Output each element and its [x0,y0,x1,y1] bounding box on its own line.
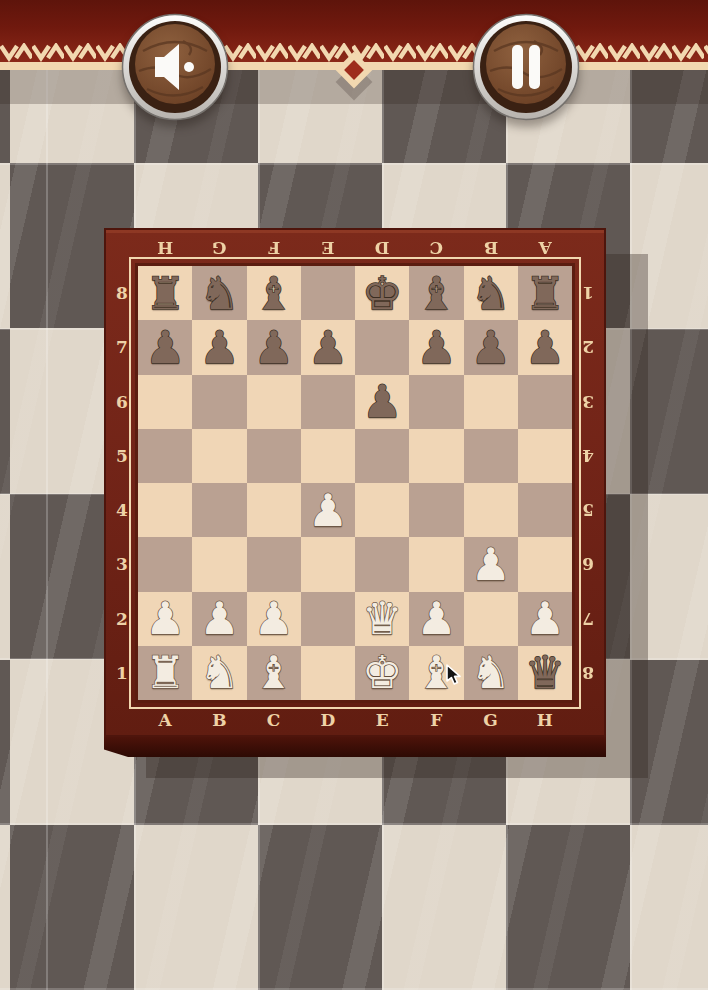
square-e2[interactable]: ♛ [355,592,409,646]
piece-bp-h7[interactable]: ♟ [525,325,565,370]
square-e8[interactable]: ♚ [355,266,409,320]
piece-wp-b2[interactable]: ♟ [199,596,239,641]
square-b2[interactable]: ♟ [192,592,246,646]
square-d8[interactable] [301,266,355,320]
square-c4[interactable] [247,483,301,537]
piece-wp-h2[interactable]: ♟ [525,596,565,641]
square-d2[interactable] [301,592,355,646]
piece-wn-b1[interactable]: ♞ [199,650,239,695]
square-a7[interactable]: ♟ [138,320,192,374]
square-c7[interactable]: ♟ [247,320,301,374]
piece-wp-d4[interactable]: ♟ [308,488,348,533]
square-e7[interactable] [355,320,409,374]
piece-wn-g1[interactable]: ♞ [470,650,510,695]
square-g7[interactable]: ♟ [464,320,518,374]
square-f5[interactable] [409,429,463,483]
square-c3[interactable] [247,537,301,591]
square-c8[interactable]: ♝ [247,266,301,320]
chess-board: HGFEDCBA 87654321 12345678 ABCDEFGH ♜♞♝♚… [104,228,606,737]
square-h7[interactable]: ♟ [518,320,572,374]
square-a5[interactable] [138,429,192,483]
piece-bb-f8[interactable]: ♝ [416,271,456,316]
piece-bp-f7[interactable]: ♟ [416,325,456,370]
piece-bp-g7[interactable]: ♟ [470,325,510,370]
square-g1[interactable]: ♞ [464,646,518,700]
square-d5[interactable] [301,429,355,483]
square-h1[interactable]: ♛ [518,646,572,700]
square-f4[interactable] [409,483,463,537]
piece-wr-a1[interactable]: ♜ [145,650,185,695]
sound-button[interactable] [121,13,229,121]
piece-wp-a2[interactable]: ♟ [145,596,185,641]
square-c2[interactable]: ♟ [247,592,301,646]
piece-wk-e1[interactable]: ♚ [362,650,402,695]
piece-br-h8[interactable]: ♜ [525,271,565,316]
square-d3[interactable] [301,537,355,591]
board-inner-border: ♜♞♝♚♝♞♜♟♟♟♟♟♟♟♟♟♟♟♟♟♛♟♟♜♞♝♚♝♞♛ [129,257,581,709]
game-screen: HGFEDCBA 87654321 12345678 ABCDEFGH ♜♞♝♚… [0,0,708,990]
piece-wp-c2[interactable]: ♟ [253,596,293,641]
square-g8[interactable]: ♞ [464,266,518,320]
square-a1[interactable]: ♜ [138,646,192,700]
square-f1[interactable]: ♝ [409,646,463,700]
square-g3[interactable]: ♟ [464,537,518,591]
piece-wb-f1[interactable]: ♝ [416,650,456,695]
square-a8[interactable]: ♜ [138,266,192,320]
piece-wb-c1[interactable]: ♝ [253,650,293,695]
square-c1[interactable]: ♝ [247,646,301,700]
square-g4[interactable] [464,483,518,537]
square-c5[interactable] [247,429,301,483]
square-f7[interactable]: ♟ [409,320,463,374]
square-h4[interactable] [518,483,572,537]
square-a3[interactable] [138,537,192,591]
square-b4[interactable] [192,483,246,537]
square-b1[interactable]: ♞ [192,646,246,700]
piece-bp-e6[interactable]: ♟ [362,379,402,424]
square-e5[interactable] [355,429,409,483]
square-d7[interactable]: ♟ [301,320,355,374]
square-a2[interactable]: ♟ [138,592,192,646]
piece-bp-d7[interactable]: ♟ [308,325,348,370]
square-b5[interactable] [192,429,246,483]
square-g2[interactable] [464,592,518,646]
piece-br-a8[interactable]: ♜ [145,271,185,316]
square-f8[interactable]: ♝ [409,266,463,320]
square-a6[interactable] [138,375,192,429]
square-f3[interactable] [409,537,463,591]
square-h3[interactable] [518,537,572,591]
square-b8[interactable]: ♞ [192,266,246,320]
board-squares: ♜♞♝♚♝♞♜♟♟♟♟♟♟♟♟♟♟♟♟♟♛♟♟♜♞♝♚♝♞♛ [135,263,575,703]
square-d6[interactable] [301,375,355,429]
piece-bk-e8[interactable]: ♚ [362,271,402,316]
piece-wq-e2[interactable]: ♛ [362,596,402,641]
piece-wp-f2[interactable]: ♟ [416,596,456,641]
piece-bn-g8[interactable]: ♞ [470,271,510,316]
square-h6[interactable] [518,375,572,429]
square-b6[interactable] [192,375,246,429]
square-g6[interactable] [464,375,518,429]
square-f6[interactable] [409,375,463,429]
piece-bp-c7[interactable]: ♟ [253,325,293,370]
square-h2[interactable]: ♟ [518,592,572,646]
square-e1[interactable]: ♚ [355,646,409,700]
pause-button[interactable] [472,13,580,121]
square-d4[interactable]: ♟ [301,483,355,537]
square-c6[interactable] [247,375,301,429]
square-d1[interactable] [301,646,355,700]
square-h8[interactable]: ♜ [518,266,572,320]
square-e6[interactable]: ♟ [355,375,409,429]
square-e3[interactable] [355,537,409,591]
board-base-edge [104,737,606,757]
piece-bp-a7[interactable]: ♟ [145,325,185,370]
piece-wp-g3[interactable]: ♟ [470,542,510,587]
square-b7[interactable]: ♟ [192,320,246,374]
piece-bq-h1[interactable]: ♛ [525,650,565,695]
piece-bp-b7[interactable]: ♟ [199,325,239,370]
square-f2[interactable]: ♟ [409,592,463,646]
piece-bn-b8[interactable]: ♞ [199,271,239,316]
square-h5[interactable] [518,429,572,483]
piece-bb-c8[interactable]: ♝ [253,271,293,316]
square-b3[interactable] [192,537,246,591]
square-a4[interactable] [138,483,192,537]
square-g5[interactable] [464,429,518,483]
square-e4[interactable] [355,483,409,537]
